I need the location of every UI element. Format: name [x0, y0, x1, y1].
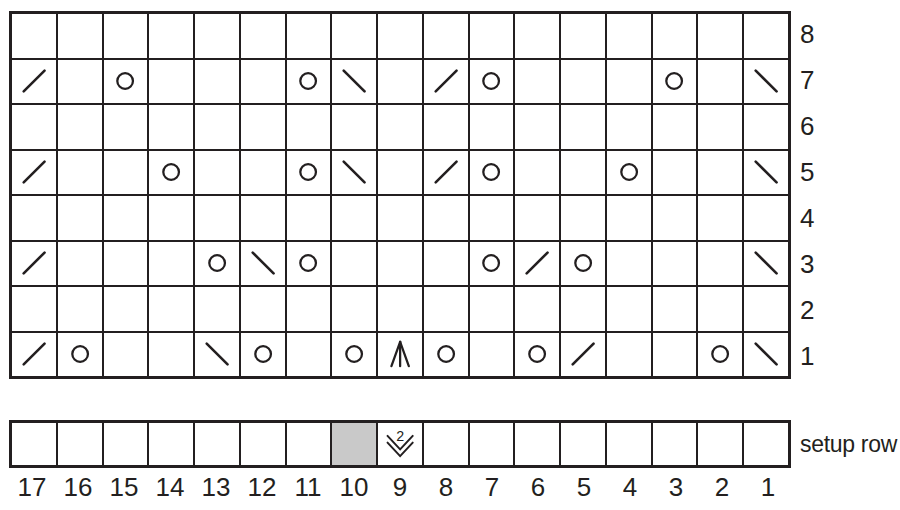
cell-r6-c6-empty	[514, 104, 560, 150]
cell-r4-c15-empty	[103, 195, 149, 241]
setup-cell-c10-no_stitch	[331, 422, 377, 466]
cell-r2-c5-empty	[560, 286, 606, 332]
column-number-labels: 1716151413121110987654321	[9, 471, 791, 503]
cell-r8-c14-empty	[148, 13, 194, 59]
cell-r7-c4-empty	[606, 59, 652, 105]
cell-r2-c7-empty	[469, 286, 515, 332]
cell-r5-c6-empty	[514, 150, 560, 196]
cell-r2-c16-empty	[57, 286, 103, 332]
setup-cell-c1-empty	[743, 422, 789, 466]
cell-r3-c9-empty	[377, 241, 423, 287]
cell-r7-c11-yo	[286, 59, 332, 105]
setup-cell-c15-empty	[103, 422, 149, 466]
yarnover-icon	[471, 61, 511, 101]
cell-r7-c16-empty	[57, 59, 103, 105]
yarnover-icon	[654, 61, 694, 101]
cell-r5-c4-yo	[606, 150, 652, 196]
cell-r1-c8-yo	[423, 332, 469, 378]
cell-r4-c4-empty	[606, 195, 652, 241]
cell-r7-c17-k2tog	[11, 59, 57, 105]
cell-r3-c14-empty	[148, 241, 194, 287]
column-label-3: 3	[653, 471, 699, 503]
k2tog-icon	[426, 152, 466, 192]
setup-cell-c8-empty	[423, 422, 469, 466]
cell-r3-c10-empty	[331, 241, 377, 287]
cell-r6-c15-empty	[103, 104, 149, 150]
cell-r5-c9-empty	[377, 150, 423, 196]
yarnover-icon	[288, 152, 328, 192]
setup-row-label: setup row	[800, 420, 900, 468]
cell-r3-c16-empty	[57, 241, 103, 287]
cell-r2-c8-empty	[423, 286, 469, 332]
ssk-icon	[334, 61, 374, 101]
cell-r6-c7-empty	[469, 104, 515, 150]
cell-r7-c14-empty	[148, 59, 194, 105]
svg-text:2: 2	[396, 428, 404, 444]
row-number-labels: 87654321	[800, 11, 870, 379]
yarnover-icon	[563, 243, 603, 283]
cell-r4-c5-empty	[560, 195, 606, 241]
yarnover-icon	[426, 334, 466, 374]
cell-r1-c12-yo	[240, 332, 286, 378]
setup-cell-c7-empty	[469, 422, 515, 466]
cell-r5-c16-empty	[57, 150, 103, 196]
cell-r5-c13-empty	[194, 150, 240, 196]
cell-r8-c15-empty	[103, 13, 149, 59]
yarnover-icon	[288, 243, 328, 283]
cell-r8-c17-empty	[11, 13, 57, 59]
setup-cell-c5-empty	[560, 422, 606, 466]
cell-r2-c13-empty	[194, 286, 240, 332]
cell-r2-c2-empty	[697, 286, 743, 332]
ssk-icon	[334, 152, 374, 192]
double-increase-icon: 2	[380, 425, 420, 464]
ssk-icon	[746, 61, 786, 101]
cell-r3-c12-ssk	[240, 241, 286, 287]
knitting-chart-grid	[9, 11, 791, 379]
cell-r4-c11-empty	[286, 195, 332, 241]
yarnover-icon	[471, 243, 511, 283]
setup-cell-c17-empty	[11, 422, 57, 466]
cell-r3-c13-yo	[194, 241, 240, 287]
cell-r2-c12-empty	[240, 286, 286, 332]
cell-r3-c3-empty	[652, 241, 698, 287]
cell-r1-c6-yo	[514, 332, 560, 378]
k2tog-icon	[14, 334, 54, 374]
cell-r1-c17-k2tog	[11, 332, 57, 378]
cell-r8-c6-empty	[514, 13, 560, 59]
cell-r1-c15-empty	[103, 332, 149, 378]
cell-r8-c2-empty	[697, 13, 743, 59]
setup-cell-c11-empty	[286, 422, 332, 466]
cell-r4-c1-empty	[743, 195, 789, 241]
column-label-8: 8	[423, 471, 469, 503]
cell-r6-c11-empty	[286, 104, 332, 150]
row-label-8: 8	[800, 11, 870, 57]
cell-r5-c1-ssk	[743, 150, 789, 196]
cell-r8-c8-empty	[423, 13, 469, 59]
cell-r1-c5-k2tog	[560, 332, 606, 378]
cell-r1-c16-yo	[57, 332, 103, 378]
cell-r4-c13-empty	[194, 195, 240, 241]
cell-r6-c1-empty	[743, 104, 789, 150]
cell-r6-c2-empty	[697, 104, 743, 150]
cell-r7-c8-k2tog	[423, 59, 469, 105]
column-label-4: 4	[607, 471, 653, 503]
row-label-5: 5	[800, 149, 870, 195]
column-label-2: 2	[699, 471, 745, 503]
cell-r6-c16-empty	[57, 104, 103, 150]
cell-r1-c7-empty	[469, 332, 515, 378]
cell-r7-c9-empty	[377, 59, 423, 105]
cell-r7-c5-empty	[560, 59, 606, 105]
setup-cell-c2-empty	[697, 422, 743, 466]
setup-cell-c13-empty	[194, 422, 240, 466]
row-label-7: 7	[800, 57, 870, 103]
cell-r2-c17-empty	[11, 286, 57, 332]
cell-r7-c7-yo	[469, 59, 515, 105]
cell-r7-c2-empty	[697, 59, 743, 105]
cell-r8-c7-empty	[469, 13, 515, 59]
cell-r6-c17-empty	[11, 104, 57, 150]
cell-r5-c12-empty	[240, 150, 286, 196]
cell-r5-c17-k2tog	[11, 150, 57, 196]
k2tog-icon	[14, 152, 54, 192]
cell-r8-c11-empty	[286, 13, 332, 59]
yarnover-icon	[151, 152, 191, 192]
cell-r7-c3-yo	[652, 59, 698, 105]
k2tog-icon	[563, 334, 603, 374]
cell-r8-c4-empty	[606, 13, 652, 59]
cell-r1-c1-ssk	[743, 332, 789, 378]
cell-r3-c5-yo	[560, 241, 606, 287]
cell-r8-c10-empty	[331, 13, 377, 59]
cell-r8-c16-empty	[57, 13, 103, 59]
cell-r6-c8-empty	[423, 104, 469, 150]
centered-double-decrease-icon	[380, 334, 420, 374]
cell-r5-c10-ssk	[331, 150, 377, 196]
cell-r8-c5-empty	[560, 13, 606, 59]
cell-r3-c6-k2tog	[514, 241, 560, 287]
column-label-13: 13	[193, 471, 239, 503]
cell-r8-c12-empty	[240, 13, 286, 59]
k2tog-icon	[14, 61, 54, 101]
k2tog-icon	[517, 243, 557, 283]
setup-row-grid: 2	[9, 420, 791, 468]
column-label-9: 9	[377, 471, 423, 503]
setup-cell-c3-empty	[652, 422, 698, 466]
k2tog-icon	[14, 243, 54, 283]
row-label-3: 3	[800, 241, 870, 287]
setup-cell-c9-inc2: 2	[377, 422, 423, 466]
cell-r4-c2-empty	[697, 195, 743, 241]
cell-r2-c11-empty	[286, 286, 332, 332]
column-label-1: 1	[745, 471, 791, 503]
column-label-12: 12	[239, 471, 285, 503]
column-label-7: 7	[469, 471, 515, 503]
ssk-icon	[243, 243, 283, 283]
ssk-icon	[746, 243, 786, 283]
cell-r2-c4-empty	[606, 286, 652, 332]
cell-r5-c8-k2tog	[423, 150, 469, 196]
cell-r2-c6-empty	[514, 286, 560, 332]
cell-r1-c4-empty	[606, 332, 652, 378]
row-label-4: 4	[800, 195, 870, 241]
cell-r3-c8-empty	[423, 241, 469, 287]
row-label-2: 2	[800, 287, 870, 333]
cell-r6-c12-empty	[240, 104, 286, 150]
cell-r2-c10-empty	[331, 286, 377, 332]
cell-r3-c15-empty	[103, 241, 149, 287]
cell-r1-c11-empty	[286, 332, 332, 378]
cell-r6-c13-empty	[194, 104, 240, 150]
column-label-10: 10	[331, 471, 377, 503]
cell-r6-c10-empty	[331, 104, 377, 150]
setup-cell-c4-empty	[606, 422, 652, 466]
ssk-icon	[197, 334, 237, 374]
cell-r1-c2-yo	[697, 332, 743, 378]
column-label-17: 17	[9, 471, 55, 503]
cell-r3-c17-k2tog	[11, 241, 57, 287]
cell-r4-c14-empty	[148, 195, 194, 241]
cell-r5-c3-empty	[652, 150, 698, 196]
cell-r7-c12-empty	[240, 59, 286, 105]
yarnover-icon	[288, 61, 328, 101]
setup-cell-c12-empty	[240, 422, 286, 466]
cell-r6-c14-empty	[148, 104, 194, 150]
cell-r7-c10-ssk	[331, 59, 377, 105]
cell-r5-c14-yo	[148, 150, 194, 196]
yarnover-icon	[105, 61, 145, 101]
cell-r2-c15-empty	[103, 286, 149, 332]
yarnover-icon	[60, 334, 100, 374]
ssk-icon	[746, 152, 786, 192]
cell-r1-c3-empty	[652, 332, 698, 378]
column-label-6: 6	[515, 471, 561, 503]
cell-r5-c2-empty	[697, 150, 743, 196]
setup-cell-c16-empty	[57, 422, 103, 466]
cell-r5-c11-yo	[286, 150, 332, 196]
cell-r2-c14-empty	[148, 286, 194, 332]
cell-r6-c4-empty	[606, 104, 652, 150]
cell-r2-c1-empty	[743, 286, 789, 332]
cell-r1-c9-cdd	[377, 332, 423, 378]
setup-cell-c6-empty	[514, 422, 560, 466]
cell-r1-c10-yo	[331, 332, 377, 378]
yarnover-icon	[243, 334, 283, 374]
cell-r3-c11-yo	[286, 241, 332, 287]
setup-cell-c14-empty	[148, 422, 194, 466]
yarnover-icon	[471, 152, 511, 192]
cell-r4-c9-empty	[377, 195, 423, 241]
cell-r6-c9-empty	[377, 104, 423, 150]
cell-r4-c8-empty	[423, 195, 469, 241]
cell-r7-c1-ssk	[743, 59, 789, 105]
column-label-5: 5	[561, 471, 607, 503]
cell-r2-c3-empty	[652, 286, 698, 332]
cell-r6-c5-empty	[560, 104, 606, 150]
cell-r2-c9-empty	[377, 286, 423, 332]
yarnover-icon	[334, 334, 374, 374]
cell-r4-c12-empty	[240, 195, 286, 241]
k2tog-icon	[426, 61, 466, 101]
cell-r7-c6-empty	[514, 59, 560, 105]
cell-r4-c16-empty	[57, 195, 103, 241]
cell-r5-c5-empty	[560, 150, 606, 196]
row-label-1: 1	[800, 333, 870, 379]
column-label-16: 16	[55, 471, 101, 503]
row-label-6: 6	[800, 103, 870, 149]
ssk-icon	[746, 334, 786, 374]
cell-r1-c14-empty	[148, 332, 194, 378]
cell-r3-c1-ssk	[743, 241, 789, 287]
cell-r8-c1-empty	[743, 13, 789, 59]
cell-r7-c15-yo	[103, 59, 149, 105]
yarnover-icon	[517, 334, 557, 374]
cell-r8-c13-empty	[194, 13, 240, 59]
column-label-14: 14	[147, 471, 193, 503]
cell-r7-c13-empty	[194, 59, 240, 105]
cell-r4-c7-empty	[469, 195, 515, 241]
cell-r3-c2-empty	[697, 241, 743, 287]
cell-r1-c13-ssk	[194, 332, 240, 378]
cell-r8-c9-empty	[377, 13, 423, 59]
yarnover-icon	[609, 152, 649, 192]
cell-r6-c3-empty	[652, 104, 698, 150]
cell-r4-c17-empty	[11, 195, 57, 241]
cell-r4-c10-empty	[331, 195, 377, 241]
cell-r3-c4-empty	[606, 241, 652, 287]
cell-r4-c3-empty	[652, 195, 698, 241]
column-label-11: 11	[285, 471, 331, 503]
cell-r8-c3-empty	[652, 13, 698, 59]
cell-r5-c15-empty	[103, 150, 149, 196]
cell-r3-c7-yo	[469, 241, 515, 287]
cell-r4-c6-empty	[514, 195, 560, 241]
yarnover-icon	[700, 334, 740, 374]
column-label-15: 15	[101, 471, 147, 503]
cell-r5-c7-yo	[469, 150, 515, 196]
yarnover-icon	[197, 243, 237, 283]
